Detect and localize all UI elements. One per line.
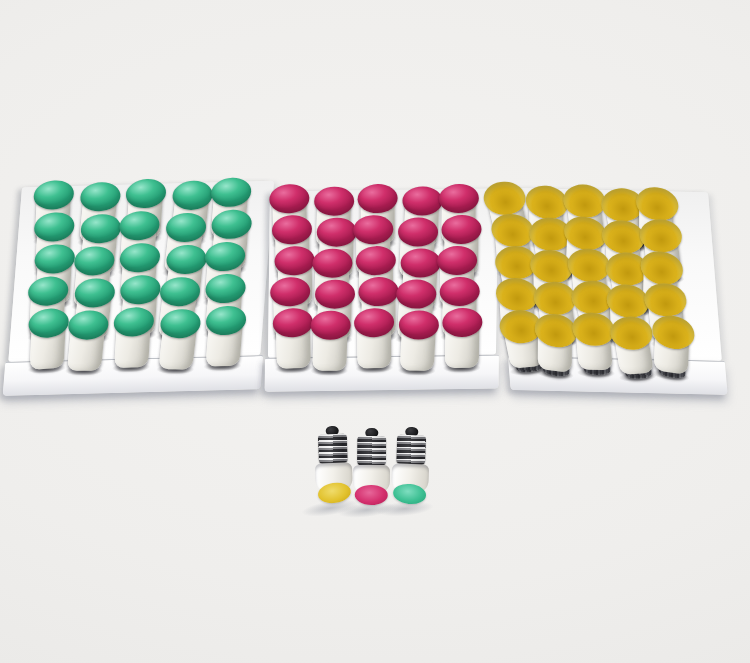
bulb-cell	[397, 220, 439, 252]
tray-green-grid	[23, 181, 256, 347]
green-bulb	[155, 309, 202, 372]
bulb-cell	[163, 214, 210, 247]
yellow-bulb	[534, 312, 574, 378]
bulb-cell	[648, 319, 688, 352]
tray-yellow-grid	[489, 187, 687, 352]
bulb-cell	[537, 317, 577, 350]
pink-bulb	[397, 310, 440, 373]
bulb-cell	[354, 314, 396, 346]
bulb-cell	[608, 286, 648, 319]
loose-bulb-pink	[353, 428, 391, 510]
screw-base	[357, 436, 386, 466]
bulb-cell	[199, 309, 246, 342]
bulb-cell	[72, 249, 119, 282]
green-bulb	[64, 310, 110, 373]
bulb-cell	[165, 182, 212, 215]
pink-bulb	[309, 311, 351, 373]
bulb-cell	[600, 190, 640, 223]
tray-pink-grid	[270, 189, 482, 347]
pink-bulb	[273, 307, 314, 371]
bulb-cell	[396, 282, 438, 314]
bulb-cell	[611, 318, 651, 351]
bulb-cell	[270, 315, 312, 347]
bulb-cell	[77, 185, 124, 218]
bulb-cell	[23, 314, 70, 347]
bulb-cell	[75, 217, 122, 250]
bulb-cell	[603, 222, 643, 255]
bulb-cell	[67, 313, 114, 346]
tray-yellow	[497, 188, 722, 361]
bulb-cell	[398, 189, 440, 221]
tray-green	[8, 181, 274, 362]
bulb-cell	[312, 314, 354, 346]
screw-base	[396, 435, 426, 466]
green-bulb	[27, 307, 70, 372]
pink-bulb	[442, 308, 483, 371]
bulb-cell	[111, 312, 158, 345]
bulb-cell	[160, 246, 207, 279]
yellow-bulb	[650, 313, 693, 380]
loose-bulb-yellow	[314, 425, 354, 508]
screw-base	[318, 434, 348, 465]
pink-bulb	[354, 308, 394, 371]
bulb-cell	[397, 251, 439, 283]
bulb-cell	[574, 317, 614, 350]
green-bulb	[111, 307, 155, 371]
bulb-cell	[70, 281, 117, 314]
loose-bulb-green	[391, 426, 431, 509]
bulb-cell	[158, 279, 205, 312]
bulb-cell	[396, 313, 438, 345]
product-photo	[0, 0, 750, 663]
colored-lens	[355, 485, 388, 505]
bulb-cell	[155, 311, 202, 344]
bulb-cell	[605, 254, 645, 287]
green-bulb	[202, 305, 247, 368]
tray-pink	[268, 188, 498, 357]
bulb-cell	[438, 313, 480, 345]
bulb-cell	[500, 316, 540, 349]
